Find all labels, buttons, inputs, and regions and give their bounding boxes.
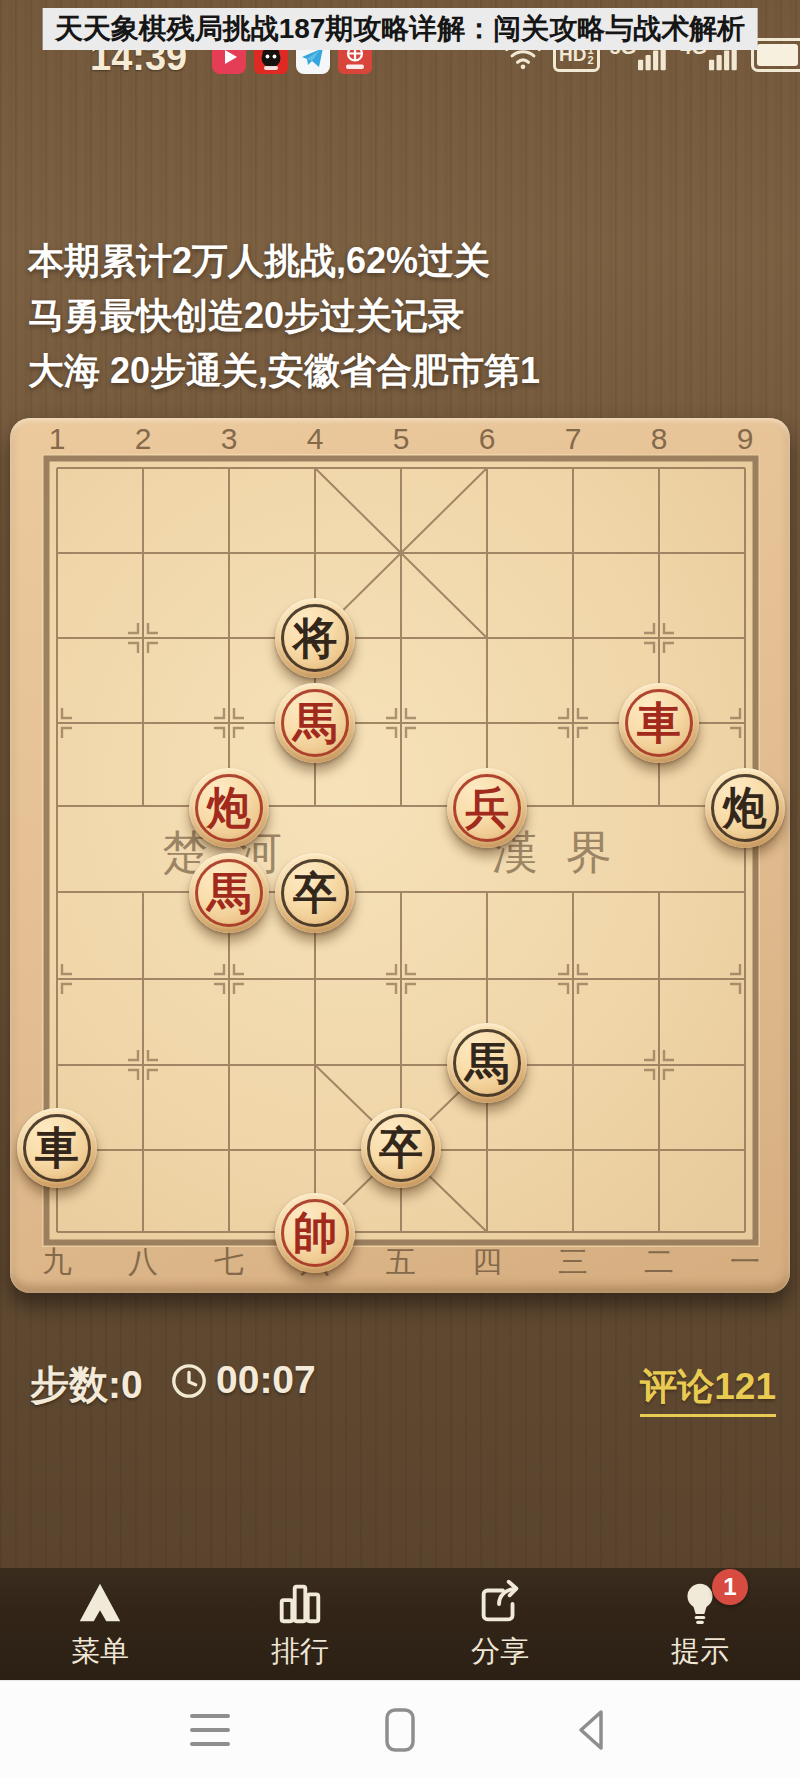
piece-black-general[interactable]: 将 <box>275 598 355 678</box>
xiangqi-board: 123456789 楚河 漢界 九八七六五四三二一 将馬車炮兵炮馬卒馬車卒帥 <box>10 418 790 1293</box>
game-hud: 步数:0 00:07 评论121 <box>0 1350 800 1420</box>
timer-value: 00:07 <box>216 1358 316 1402</box>
challenge-stats: 本期累计2万人挑战,62%过关马勇最快创造20步过关记录大海 20步通关,安徽省… <box>28 233 540 398</box>
moves-label: 步数: <box>30 1363 121 1406</box>
piece-glyph: 馬 <box>465 1041 509 1085</box>
nav-label: 排行 <box>271 1632 329 1672</box>
piece-glyph: 馬 <box>207 871 251 915</box>
bottom-nav: 菜单排行分享1提示 <box>0 1568 800 1680</box>
piece-glyph: 炮 <box>723 786 767 830</box>
piece-red-soldier[interactable]: 兵 <box>447 768 527 848</box>
nav-item-分享[interactable]: 分享 <box>400 1568 600 1680</box>
piece-red-horse[interactable]: 馬 <box>275 683 355 763</box>
comments-count: 121 <box>714 1366 776 1407</box>
piece-glyph: 卒 <box>293 871 337 915</box>
piece-red-horse[interactable]: 馬 <box>189 853 269 933</box>
challenge-stat-line-2: 马勇最快创造20步过关记录 <box>28 288 540 343</box>
challenge-stat-line-1: 本期累计2万人挑战,62%过关 <box>28 233 540 288</box>
piece-glyph: 車 <box>35 1126 79 1170</box>
piece-black-chariot[interactable]: 車 <box>17 1108 97 1188</box>
comments-label: 评论 <box>640 1366 714 1407</box>
back-icon[interactable] <box>568 1708 620 1756</box>
nav-label: 提示 <box>671 1632 729 1672</box>
menu-arrow-icon <box>74 1577 126 1629</box>
nav-label: 菜单 <box>71 1632 129 1672</box>
piece-red-cannon[interactable]: 炮 <box>189 768 269 848</box>
battery-icon <box>751 38 800 72</box>
nav-item-排行[interactable]: 排行 <box>200 1568 400 1680</box>
piece-black-soldier[interactable]: 卒 <box>361 1108 441 1188</box>
nav-label: 分享 <box>471 1632 529 1672</box>
timer-clock-icon <box>170 1362 208 1404</box>
battery-fill <box>757 44 798 66</box>
piece-glyph: 車 <box>637 701 681 745</box>
notification-badge: 1 <box>712 1569 748 1605</box>
ranking-bars-icon <box>274 1577 326 1629</box>
piece-glyph: 馬 <box>293 701 337 745</box>
piece-glyph: 兵 <box>465 786 509 830</box>
recent-apps-icon[interactable] <box>374 1708 426 1756</box>
app-screen: 天天象棋残局挑战187期攻略详解：闯关攻略与战术解析 14:39 HD 12 5… <box>0 0 800 1778</box>
hint-bulb-icon: 1 <box>674 1577 726 1629</box>
piece-red-chariot[interactable]: 車 <box>619 683 699 763</box>
piece-glyph: 帥 <box>293 1211 337 1255</box>
piece-black-cannon[interactable]: 炮 <box>705 768 785 848</box>
nav-item-提示[interactable]: 1提示 <box>600 1568 800 1680</box>
piece-glyph: 将 <box>293 616 337 660</box>
comments-link[interactable]: 评论121 <box>640 1362 776 1417</box>
piece-glyph: 卒 <box>379 1126 423 1170</box>
piece-glyph: 炮 <box>207 786 251 830</box>
page-title: 天天象棋残局挑战187期攻略详解：闯关攻略与战术解析 <box>43 8 758 50</box>
menu-lines-icon[interactable] <box>184 1708 236 1756</box>
android-nav-bar <box>0 1680 800 1778</box>
pieces-layer: 将馬車炮兵炮馬卒馬車卒帥 <box>14 425 788 1275</box>
moves-value: 0 <box>121 1363 143 1406</box>
piece-black-horse[interactable]: 馬 <box>447 1023 527 1103</box>
share-icon <box>474 1577 526 1629</box>
piece-black-soldier[interactable]: 卒 <box>275 853 355 933</box>
move-counter: 步数:0 <box>30 1358 143 1412</box>
challenge-stat-line-3: 大海 20步通关,安徽省合肥市第1 <box>28 343 540 398</box>
nav-item-菜单[interactable]: 菜单 <box>0 1568 200 1680</box>
piece-red-general[interactable]: 帥 <box>275 1193 355 1273</box>
